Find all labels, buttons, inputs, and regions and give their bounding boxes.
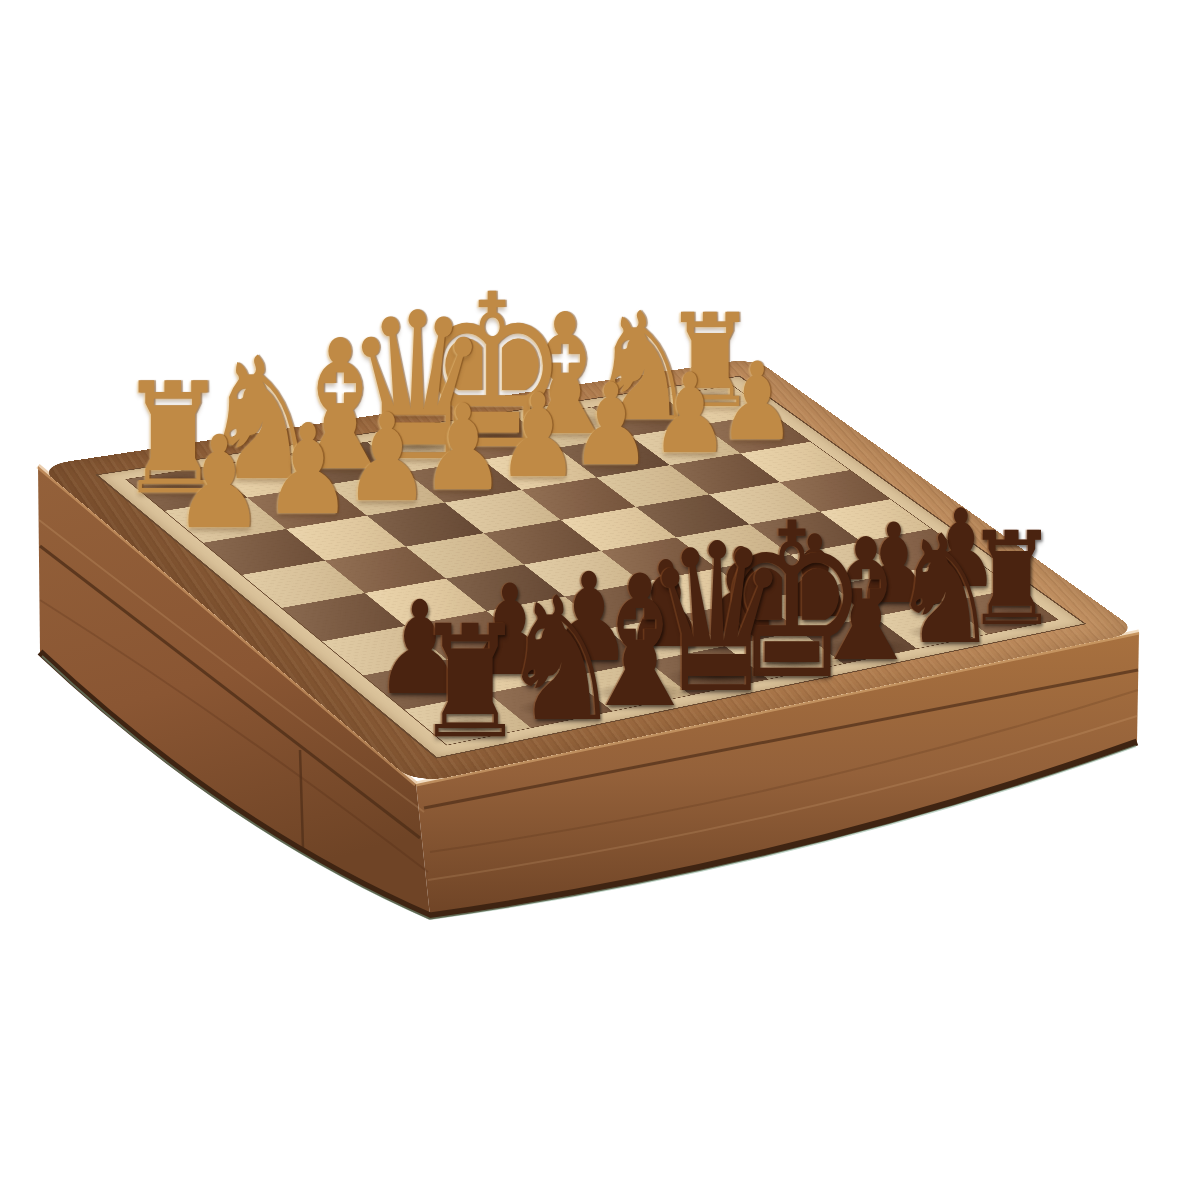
chess-box-scene: ♜♞♝♛♚♝♞♜♟♟♟♟♟♟♟♟♟♟♟♟♟♟♟♟♜♞♝♛♚♝♞♜ bbox=[0, 0, 1200, 1200]
